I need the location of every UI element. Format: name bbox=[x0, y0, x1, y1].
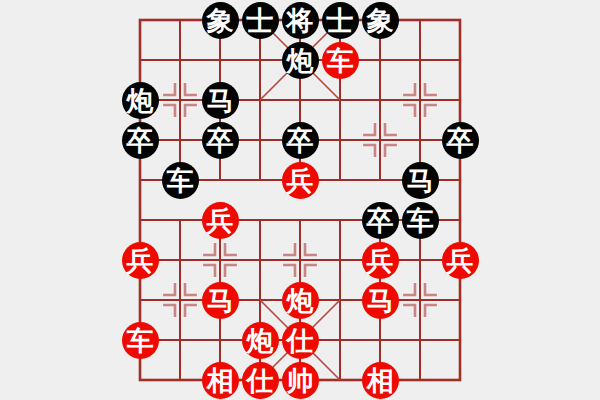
black-chariot[interactable]: 车 bbox=[402, 202, 439, 239]
red-elephant[interactable]: 相 bbox=[362, 362, 399, 399]
red-horse[interactable]: 马 bbox=[362, 282, 399, 319]
red-chariot[interactable]: 车 bbox=[322, 42, 359, 79]
black-chariot[interactable]: 车 bbox=[162, 162, 199, 199]
red-elephant[interactable]: 相 bbox=[202, 362, 239, 399]
red-chariot[interactable]: 车 bbox=[122, 322, 159, 359]
black-horse[interactable]: 马 bbox=[402, 162, 439, 199]
black-horse[interactable]: 马 bbox=[202, 82, 239, 119]
red-pawn[interactable]: 兵 bbox=[202, 202, 239, 239]
black-advisor[interactable]: 士 bbox=[242, 2, 279, 39]
black-general[interactable]: 将 bbox=[282, 2, 319, 39]
black-elephant[interactable]: 象 bbox=[362, 2, 399, 39]
piece-grid: 象士将士象炮车炮马卒卒卒卒车兵马兵卒车兵兵兵马炮马车炮仕相仕帅相 bbox=[120, 0, 480, 400]
xiangqi-app: 象士将士象炮车炮马卒卒卒卒车兵马兵卒车兵兵兵马炮马车炮仕相仕帅相 bbox=[0, 0, 600, 400]
black-advisor[interactable]: 士 bbox=[322, 2, 359, 39]
red-pawn[interactable]: 兵 bbox=[122, 242, 159, 279]
red-cannon[interactable]: 炮 bbox=[282, 282, 319, 319]
red-pawn[interactable]: 兵 bbox=[442, 242, 479, 279]
black-pawn[interactable]: 卒 bbox=[282, 122, 319, 159]
black-cannon[interactable]: 炮 bbox=[122, 82, 159, 119]
red-advisor[interactable]: 仕 bbox=[242, 362, 279, 399]
red-cannon[interactable]: 炮 bbox=[242, 322, 279, 359]
black-cannon[interactable]: 炮 bbox=[282, 42, 319, 79]
red-general[interactable]: 帅 bbox=[282, 362, 319, 399]
red-advisor[interactable]: 仕 bbox=[282, 322, 319, 359]
xiangqi-board: 象士将士象炮车炮马卒卒卒卒车兵马兵卒车兵兵兵马炮马车炮仕相仕帅相 bbox=[120, 0, 480, 400]
black-pawn[interactable]: 卒 bbox=[122, 122, 159, 159]
red-pawn[interactable]: 兵 bbox=[362, 242, 399, 279]
black-elephant[interactable]: 象 bbox=[202, 2, 239, 39]
black-pawn[interactable]: 卒 bbox=[442, 122, 479, 159]
black-pawn[interactable]: 卒 bbox=[202, 122, 239, 159]
red-pawn[interactable]: 兵 bbox=[282, 162, 319, 199]
red-horse[interactable]: 马 bbox=[202, 282, 239, 319]
black-pawn[interactable]: 卒 bbox=[362, 202, 399, 239]
